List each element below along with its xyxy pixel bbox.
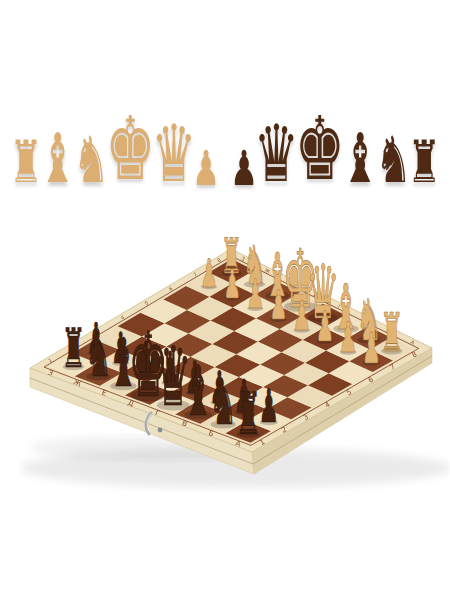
piece-light-pawn-В7: ♟ [315,302,334,351]
piece-light-pawn-Г7: ♟ [292,292,311,340]
piece-dark-rook-А1: ♜ [235,380,261,448]
piece-dark-knight-Ж1: ♞ [85,321,112,391]
piece-light-pawn-Д7: ♟ [269,281,287,329]
piece-light-pawn-З7: ♟ [200,250,218,296]
piece-dark-pawn-А2: ♟ [258,379,279,433]
piece-dark-rook-З1: ♜ [61,316,85,379]
product-photo: ♜♝♞♚♛♟♟♛♚♝♞♜ АА11ББ22ВВ33ГГ44ДД55ЕЕ66ЖЖ7… [0,0,450,600]
piece-light-rook-А8: ♜ [380,302,404,364]
piece-light-pawn-Ж7: ♟ [223,261,241,307]
piece-light-pawn-А7: ♟ [362,322,381,373]
chess-board-svg: АА11ББ22ВВ33ГГ44ДД55ЕЕ66ЖЖ77ЗЗ88♜♞♟♝♟♚♟♛… [0,0,450,600]
piece-dark-knight-Б1: ♞ [209,366,237,439]
chess-board: АА11ББ22ВВ33ГГ44ДД55ЕЕ66ЖЖ77ЗЗ88♜♞♟♝♟♚♟♛… [0,0,450,600]
piece-light-pawn-Е7: ♟ [246,270,264,318]
piece-light-pawn-Б7: ♟ [339,313,358,362]
